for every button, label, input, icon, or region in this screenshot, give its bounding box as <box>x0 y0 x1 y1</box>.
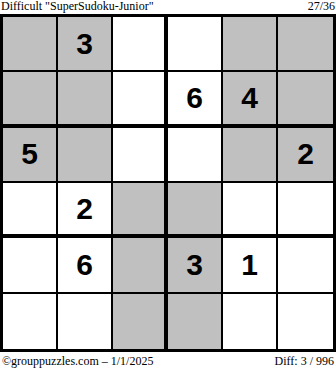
cell-r2c2[interactable] <box>58 72 113 127</box>
cell-r5c4-given[interactable]: 3 <box>168 238 223 293</box>
header: Difficult "SuperSudoku-Junior" 27/36 <box>0 0 336 14</box>
cell-r3c4[interactable] <box>168 128 223 183</box>
cell-r6c2[interactable] <box>58 294 113 349</box>
cell-r1c3[interactable] <box>113 17 168 72</box>
cell-r3c2[interactable] <box>58 128 113 183</box>
cell-r5c3[interactable] <box>113 238 168 293</box>
puzzle-page: Difficult "SuperSudoku-Junior" 27/36 364… <box>0 0 336 370</box>
cell-r4c2-given[interactable]: 2 <box>58 183 113 238</box>
cell-r4c5[interactable] <box>223 183 278 238</box>
cell-r2c6[interactable] <box>278 72 333 127</box>
cell-r6c5[interactable] <box>223 294 278 349</box>
cells-remaining-counter: 27/36 <box>308 0 335 13</box>
cell-r4c4[interactable] <box>168 183 223 238</box>
cell-r1c2-given[interactable]: 3 <box>58 17 113 72</box>
cell-r5c2-given[interactable]: 6 <box>58 238 113 293</box>
cell-r2c5-given[interactable]: 4 <box>223 72 278 127</box>
sudoku-board: 364522631 <box>0 14 336 352</box>
cell-r6c4[interactable] <box>168 294 223 349</box>
cell-r6c3[interactable] <box>113 294 168 349</box>
cell-r3c5[interactable] <box>223 128 278 183</box>
cell-r3c3[interactable] <box>113 128 168 183</box>
cell-r2c4-given[interactable]: 6 <box>168 72 223 127</box>
cell-r1c6[interactable] <box>278 17 333 72</box>
cell-r1c5[interactable] <box>223 17 278 72</box>
copyright-text: ©grouppuzzles.com – 1/1/2025 <box>2 354 153 369</box>
cell-r4c1[interactable] <box>3 183 58 238</box>
cell-r6c6[interactable] <box>278 294 333 349</box>
cell-r5c5-given[interactable]: 1 <box>223 238 278 293</box>
cell-r6c1[interactable] <box>3 294 58 349</box>
difficulty-text: Diff: 3 / 996 <box>275 354 334 369</box>
puzzle-title: Difficult "SuperSudoku-Junior" <box>1 0 154 13</box>
cell-r4c3[interactable] <box>113 183 168 238</box>
cell-r3c6-given[interactable]: 2 <box>278 128 333 183</box>
cell-r2c3[interactable] <box>113 72 168 127</box>
cell-r3c1-given[interactable]: 5 <box>3 128 58 183</box>
cell-r5c6[interactable] <box>278 238 333 293</box>
cell-r1c4[interactable] <box>168 17 223 72</box>
cell-r1c1[interactable] <box>3 17 58 72</box>
cell-r2c1[interactable] <box>3 72 58 127</box>
cell-r5c1[interactable] <box>3 238 58 293</box>
footer: ©grouppuzzles.com – 1/1/2025 Diff: 3 / 9… <box>0 352 336 370</box>
cell-r4c6[interactable] <box>278 183 333 238</box>
